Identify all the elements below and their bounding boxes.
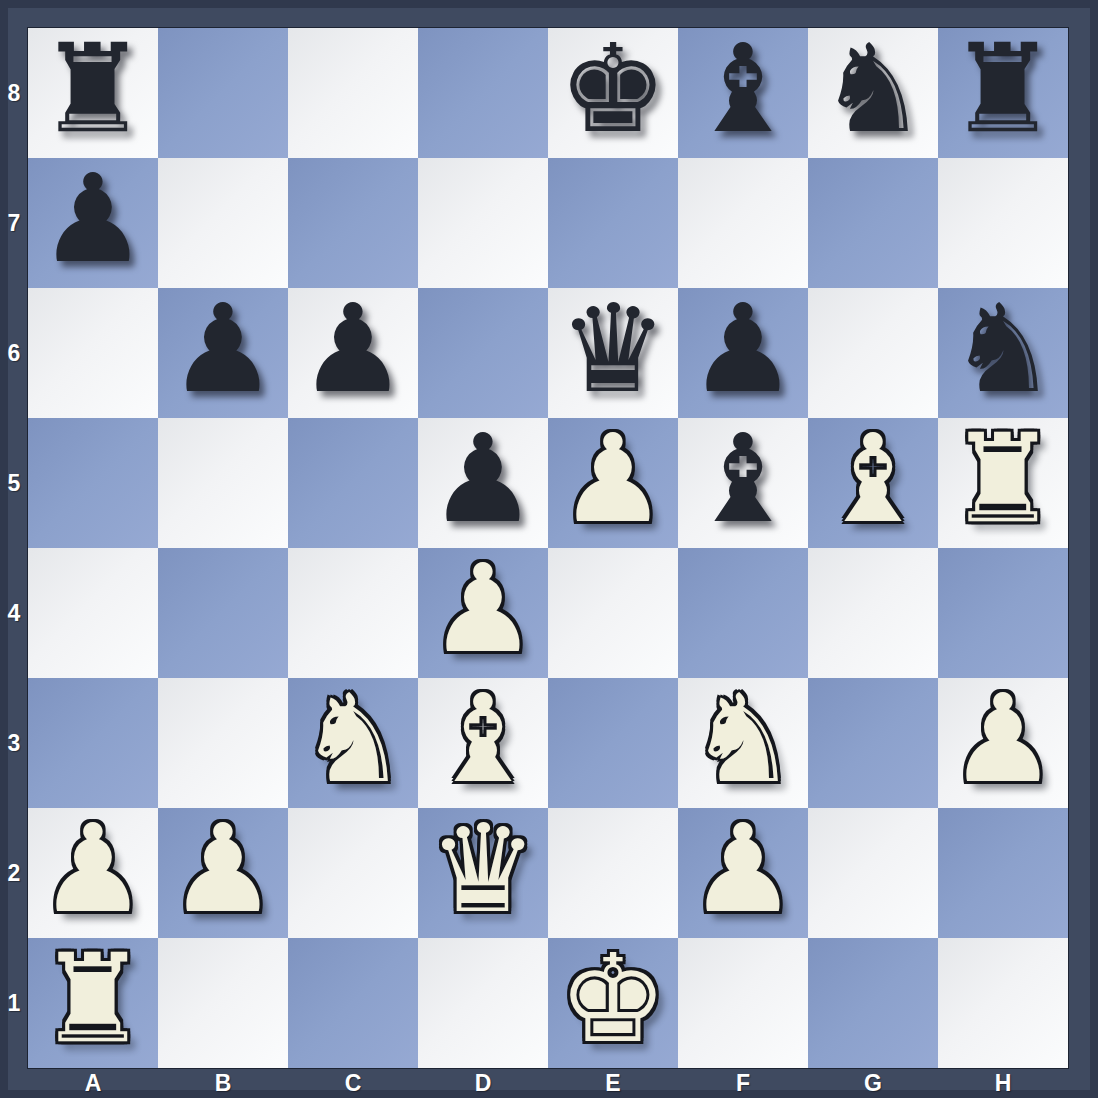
square-c2[interactable] <box>288 808 418 938</box>
piece-white-pawn[interactable]: ♟ <box>558 418 667 540</box>
square-g4[interactable] <box>808 548 938 678</box>
file-label-d: D <box>418 1068 548 1098</box>
square-a6[interactable] <box>28 288 158 418</box>
rank-label-3: 3 <box>0 678 28 808</box>
square-a2[interactable]: ♟ <box>28 808 158 938</box>
square-c6[interactable]: ♟ <box>288 288 418 418</box>
piece-black-queen[interactable]: ♛ <box>558 288 667 410</box>
square-f5[interactable]: ♝ <box>678 418 808 548</box>
square-f4[interactable] <box>678 548 808 678</box>
square-d6[interactable] <box>418 288 548 418</box>
piece-white-pawn[interactable]: ♟ <box>428 548 537 670</box>
square-e5[interactable]: ♟ <box>548 418 678 548</box>
square-f2[interactable]: ♟ <box>678 808 808 938</box>
file-label-h: H <box>938 1068 1068 1098</box>
rank-label-2: 2 <box>0 808 28 938</box>
square-a4[interactable] <box>28 548 158 678</box>
square-g1[interactable] <box>808 938 938 1068</box>
square-b2[interactable]: ♟ <box>158 808 288 938</box>
square-c1[interactable] <box>288 938 418 1068</box>
square-b4[interactable] <box>158 548 288 678</box>
piece-black-bishop[interactable]: ♝ <box>688 418 797 540</box>
square-a8[interactable]: ♜ <box>28 28 158 158</box>
square-d8[interactable] <box>418 28 548 158</box>
square-h6[interactable]: ♞ <box>938 288 1068 418</box>
rank-label-1: 1 <box>0 938 28 1068</box>
file-label-e: E <box>548 1068 678 1098</box>
square-a5[interactable] <box>28 418 158 548</box>
rank-label-8: 8 <box>0 28 28 158</box>
square-g5[interactable]: ♝ <box>808 418 938 548</box>
square-d5[interactable]: ♟ <box>418 418 548 548</box>
piece-black-king[interactable]: ♚ <box>558 28 667 150</box>
rank-label-7: 7 <box>0 158 28 288</box>
square-e4[interactable] <box>548 548 678 678</box>
piece-white-knight[interactable]: ♞ <box>298 678 407 800</box>
piece-black-pawn[interactable]: ♟ <box>298 288 407 410</box>
piece-black-rook[interactable]: ♜ <box>38 28 147 150</box>
piece-white-king[interactable]: ♚ <box>558 938 667 1060</box>
piece-white-queen[interactable]: ♛ <box>428 808 537 930</box>
square-a3[interactable] <box>28 678 158 808</box>
piece-white-knight[interactable]: ♞ <box>688 678 797 800</box>
square-c7[interactable] <box>288 158 418 288</box>
square-h1[interactable] <box>938 938 1068 1068</box>
square-f7[interactable] <box>678 158 808 288</box>
square-d3[interactable]: ♝ <box>418 678 548 808</box>
square-c5[interactable] <box>288 418 418 548</box>
square-f3[interactable]: ♞ <box>678 678 808 808</box>
piece-black-pawn[interactable]: ♟ <box>168 288 277 410</box>
square-b1[interactable] <box>158 938 288 1068</box>
file-label-c: C <box>288 1068 418 1098</box>
piece-black-pawn[interactable]: ♟ <box>688 288 797 410</box>
piece-black-knight[interactable]: ♞ <box>948 288 1057 410</box>
square-g2[interactable] <box>808 808 938 938</box>
square-g3[interactable] <box>808 678 938 808</box>
square-f1[interactable] <box>678 938 808 1068</box>
file-labels: ABCDEFGH <box>28 1068 1068 1098</box>
piece-black-pawn[interactable]: ♟ <box>428 418 537 540</box>
rank-labels: 87654321 <box>0 28 28 1068</box>
piece-white-pawn[interactable]: ♟ <box>948 678 1057 800</box>
square-d2[interactable]: ♛ <box>418 808 548 938</box>
rank-label-5: 5 <box>0 418 28 548</box>
square-c4[interactable] <box>288 548 418 678</box>
piece-white-bishop[interactable]: ♝ <box>818 418 927 540</box>
square-h3[interactable]: ♟ <box>938 678 1068 808</box>
square-f8[interactable]: ♝ <box>678 28 808 158</box>
rank-label-4: 4 <box>0 548 28 678</box>
square-h2[interactable] <box>938 808 1068 938</box>
square-d7[interactable] <box>418 158 548 288</box>
square-e2[interactable] <box>548 808 678 938</box>
piece-black-bishop[interactable]: ♝ <box>688 28 797 150</box>
piece-black-rook[interactable]: ♜ <box>948 28 1057 150</box>
square-e1[interactable]: ♚ <box>548 938 678 1068</box>
square-e8[interactable]: ♚ <box>548 28 678 158</box>
square-b3[interactable] <box>158 678 288 808</box>
rank-label-6: 6 <box>0 288 28 418</box>
square-b6[interactable]: ♟ <box>158 288 288 418</box>
piece-white-rook[interactable]: ♜ <box>38 938 147 1060</box>
square-d4[interactable]: ♟ <box>418 548 548 678</box>
square-c8[interactable] <box>288 28 418 158</box>
square-d1[interactable] <box>418 938 548 1068</box>
square-h7[interactable] <box>938 158 1068 288</box>
piece-white-pawn[interactable]: ♟ <box>688 808 797 930</box>
square-b8[interactable] <box>158 28 288 158</box>
square-b7[interactable] <box>158 158 288 288</box>
square-c3[interactable]: ♞ <box>288 678 418 808</box>
square-h4[interactable] <box>938 548 1068 678</box>
square-g8[interactable]: ♞ <box>808 28 938 158</box>
square-e3[interactable] <box>548 678 678 808</box>
chess-board[interactable]: ♜♚♝♞♜♟♟♟♛♟♞♟♟♝♝♜♟♞♝♞♟♟♟♛♟♜♚ <box>28 28 1068 1068</box>
square-a7[interactable]: ♟ <box>28 158 158 288</box>
square-f6[interactable]: ♟ <box>678 288 808 418</box>
piece-black-knight[interactable]: ♞ <box>818 28 927 150</box>
file-label-b: B <box>158 1068 288 1098</box>
chess-board-frame: 87654321 ♜♚♝♞♜♟♟♟♛♟♞♟♟♝♝♜♟♞♝♞♟♟♟♛♟♜♚ ABC… <box>0 0 1098 1098</box>
piece-white-bishop[interactable]: ♝ <box>428 678 537 800</box>
file-label-g: G <box>808 1068 938 1098</box>
square-b5[interactable] <box>158 418 288 548</box>
square-h8[interactable]: ♜ <box>938 28 1068 158</box>
square-g6[interactable] <box>808 288 938 418</box>
piece-white-pawn[interactable]: ♟ <box>38 808 147 930</box>
square-e6[interactable]: ♛ <box>548 288 678 418</box>
piece-black-pawn[interactable]: ♟ <box>38 158 147 280</box>
square-e7[interactable] <box>548 158 678 288</box>
file-label-a: A <box>28 1068 158 1098</box>
square-h5[interactable]: ♜ <box>938 418 1068 548</box>
square-a1[interactable]: ♜ <box>28 938 158 1068</box>
file-label-f: F <box>678 1068 808 1098</box>
piece-white-rook[interactable]: ♜ <box>948 418 1057 540</box>
piece-white-pawn[interactable]: ♟ <box>168 808 277 930</box>
square-g7[interactable] <box>808 158 938 288</box>
